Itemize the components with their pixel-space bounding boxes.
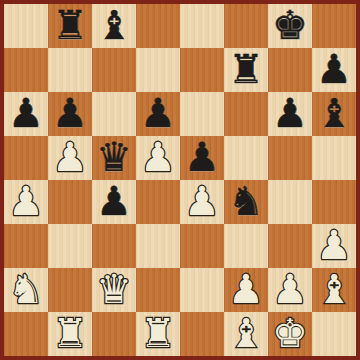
square-g7[interactable]	[268, 48, 312, 92]
square-f2[interactable]: ♟	[224, 268, 268, 312]
square-a6[interactable]: ♟	[4, 92, 48, 136]
square-a8[interactable]	[4, 4, 48, 48]
square-h1[interactable]	[312, 312, 356, 356]
square-h7[interactable]: ♟	[312, 48, 356, 92]
square-b4[interactable]	[48, 180, 92, 224]
square-f5[interactable]	[224, 136, 268, 180]
square-c5[interactable]: ♛	[92, 136, 136, 180]
square-b6[interactable]: ♟	[48, 92, 92, 136]
square-c4[interactable]: ♟	[92, 180, 136, 224]
square-f4[interactable]: ♞	[224, 180, 268, 224]
square-c2[interactable]: ♛	[92, 268, 136, 312]
square-b7[interactable]	[48, 48, 92, 92]
square-d6[interactable]: ♟	[136, 92, 180, 136]
white-knight: ♞	[8, 268, 44, 311]
white-pawn: ♟	[52, 136, 88, 179]
white-king: ♚	[272, 312, 308, 355]
square-h5[interactable]	[312, 136, 356, 180]
white-rook: ♜	[52, 312, 88, 355]
square-g6[interactable]: ♟	[268, 92, 312, 136]
square-d2[interactable]	[136, 268, 180, 312]
square-g5[interactable]	[268, 136, 312, 180]
white-pawn: ♟	[272, 268, 308, 311]
square-a2[interactable]: ♞	[4, 268, 48, 312]
black-pawn: ♟	[272, 92, 308, 135]
black-queen: ♛	[96, 136, 132, 179]
white-pawn: ♟	[316, 224, 352, 267]
square-f3[interactable]	[224, 224, 268, 268]
white-pawn: ♟	[140, 136, 176, 179]
white-pawn: ♟	[184, 180, 220, 223]
square-h3[interactable]: ♟	[312, 224, 356, 268]
black-rook: ♜	[52, 4, 88, 47]
square-d7[interactable]	[136, 48, 180, 92]
square-d8[interactable]	[136, 4, 180, 48]
black-bishop: ♝	[316, 92, 352, 135]
black-pawn: ♟	[184, 136, 220, 179]
square-b1[interactable]: ♜	[48, 312, 92, 356]
square-e2[interactable]	[180, 268, 224, 312]
square-e3[interactable]	[180, 224, 224, 268]
square-f1[interactable]: ♝	[224, 312, 268, 356]
square-e1[interactable]	[180, 312, 224, 356]
black-rook: ♜	[228, 48, 264, 91]
square-e8[interactable]	[180, 4, 224, 48]
square-h2[interactable]: ♝	[312, 268, 356, 312]
square-g4[interactable]	[268, 180, 312, 224]
square-d1[interactable]: ♜	[136, 312, 180, 356]
square-b3[interactable]	[48, 224, 92, 268]
white-bishop: ♝	[316, 268, 352, 311]
square-h4[interactable]	[312, 180, 356, 224]
square-c1[interactable]	[92, 312, 136, 356]
black-king: ♚	[272, 4, 308, 47]
square-c8[interactable]: ♝	[92, 4, 136, 48]
white-bishop: ♝	[228, 312, 264, 355]
square-f6[interactable]	[224, 92, 268, 136]
square-b2[interactable]	[48, 268, 92, 312]
square-d4[interactable]	[136, 180, 180, 224]
black-pawn: ♟	[96, 180, 132, 223]
square-h6[interactable]: ♝	[312, 92, 356, 136]
square-f7[interactable]: ♜	[224, 48, 268, 92]
black-knight: ♞	[228, 180, 264, 223]
white-rook: ♜	[140, 312, 176, 355]
square-a3[interactable]	[4, 224, 48, 268]
square-b5[interactable]: ♟	[48, 136, 92, 180]
square-d5[interactable]: ♟	[136, 136, 180, 180]
square-e6[interactable]	[180, 92, 224, 136]
square-a4[interactable]: ♟	[4, 180, 48, 224]
white-queen: ♛	[96, 268, 132, 311]
black-pawn: ♟	[316, 48, 352, 91]
square-g3[interactable]	[268, 224, 312, 268]
square-g2[interactable]: ♟	[268, 268, 312, 312]
square-a1[interactable]	[4, 312, 48, 356]
square-h8[interactable]	[312, 4, 356, 48]
white-pawn: ♟	[228, 268, 264, 311]
square-c7[interactable]	[92, 48, 136, 92]
black-pawn: ♟	[140, 92, 176, 135]
chess-board-frame: ♜♝♚♜♟♟♟♟♟♝♟♛♟♟♟♟♟♞♟♞♛♟♟♝♜♜♝♚	[0, 0, 360, 360]
square-f8[interactable]	[224, 4, 268, 48]
square-e7[interactable]	[180, 48, 224, 92]
square-g1[interactable]: ♚	[268, 312, 312, 356]
square-c3[interactable]	[92, 224, 136, 268]
square-g8[interactable]: ♚	[268, 4, 312, 48]
square-c6[interactable]	[92, 92, 136, 136]
white-pawn: ♟	[8, 180, 44, 223]
black-pawn: ♟	[52, 92, 88, 135]
chess-board: ♜♝♚♜♟♟♟♟♟♝♟♛♟♟♟♟♟♞♟♞♛♟♟♝♜♜♝♚	[4, 4, 356, 356]
square-e4[interactable]: ♟	[180, 180, 224, 224]
black-pawn: ♟	[8, 92, 44, 135]
square-a7[interactable]	[4, 48, 48, 92]
square-e5[interactable]: ♟	[180, 136, 224, 180]
black-bishop: ♝	[96, 4, 132, 47]
square-b8[interactable]: ♜	[48, 4, 92, 48]
square-d3[interactable]	[136, 224, 180, 268]
square-a5[interactable]	[4, 136, 48, 180]
